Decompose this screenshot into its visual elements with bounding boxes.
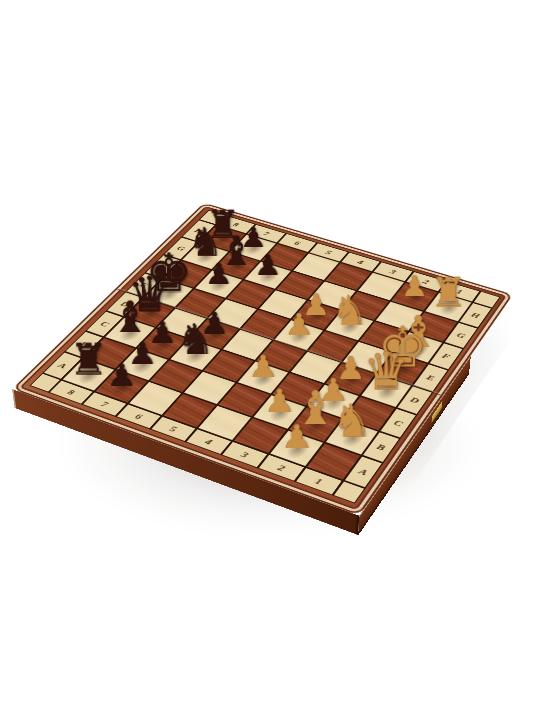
chess-box: ABCDEFGH8♜♝♛♚♞♜87♟♟♟♟♝♟76♞♟♟6554♟♟♟43♟♞3… — [12, 203, 513, 516]
scene: ABCDEFGH8♜♝♛♚♞♜87♟♟♟♟♝♟76♞♟♟6554♟♟♟43♟♞3… — [0, 0, 540, 720]
chess-board: ABCDEFGH8♜♝♛♚♞♜87♟♟♟♟♝♟76♞♟♟6554♟♟♟43♟♞3… — [29, 210, 500, 504]
product-photo-canvas: ABCDEFGH8♜♝♛♚♞♜87♟♟♟♟♝♟76♞♟♟6554♟♟♟43♟♞3… — [0, 0, 540, 720]
